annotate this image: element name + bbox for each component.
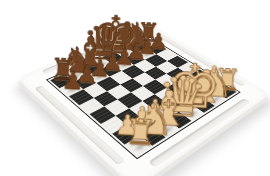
square-c6[interactable]	[96, 77, 119, 91]
pawn-glyph: ♟	[61, 68, 84, 94]
board-playing-area: ♜♞♝♛♚♝♞♜♟♟♟♟♟♟♟♟♟♟♟♟♟♟♟♟♜♞♝♛♚♝♞♜	[46, 35, 241, 159]
rook-glyph: ♜	[124, 114, 158, 151]
square-d6[interactable]	[109, 71, 132, 85]
square-a1[interactable]: ♜	[124, 135, 151, 155]
chess-set-photo: ♜♞♝♛♚♝♞♜♟♟♟♟♟♟♟♟♟♟♟♟♟♟♟♟♜♞♝♛♚♝♞♜	[0, 0, 270, 176]
chess-board: ♜♞♝♛♚♝♞♜♟♟♟♟♟♟♟♟♟♟♟♟♟♟♟♟♜♞♝♛♚♝♞♜	[17, 23, 270, 176]
board-grid: ♜♞♝♛♚♝♞♜♟♟♟♟♟♟♟♟♟♟♟♟♟♟♟♟♜♞♝♛♚♝♞♜	[50, 37, 236, 155]
square-c5[interactable]	[107, 85, 131, 100]
